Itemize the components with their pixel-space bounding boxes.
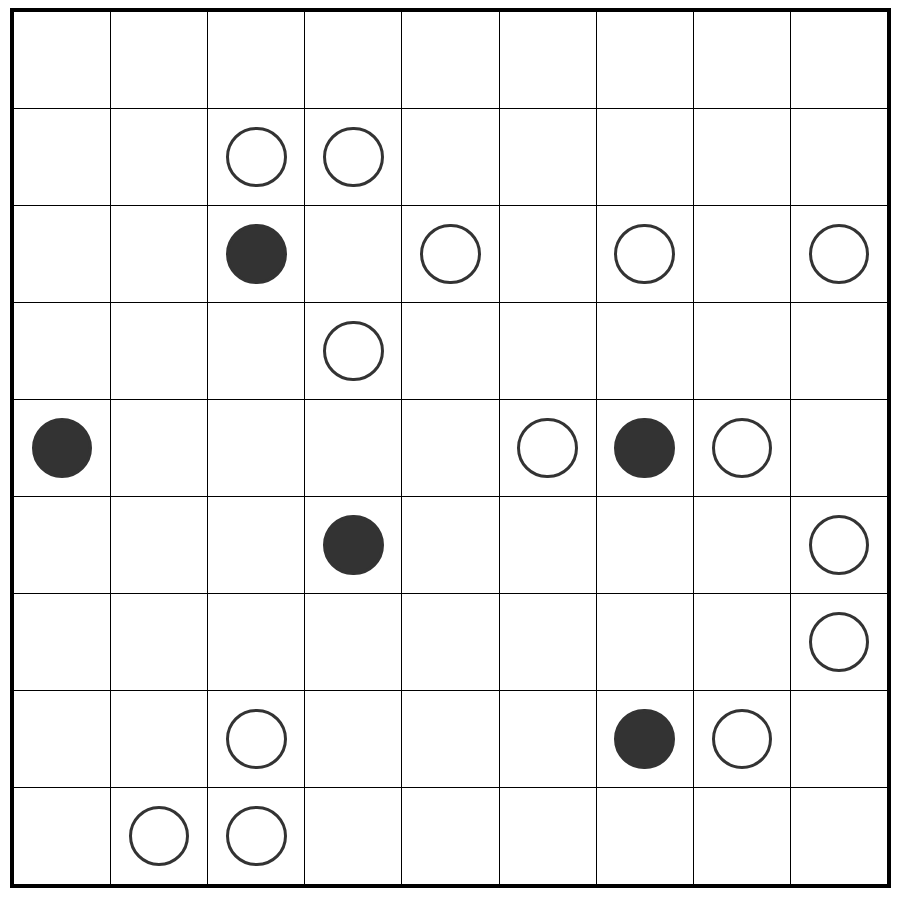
masyu-board [10,8,891,888]
cell-r1c8[interactable] [791,109,887,205]
cell-r4c2[interactable] [208,400,304,496]
cell-r1c3[interactable] [305,109,401,205]
black-pearl-icon [32,418,93,479]
cell-r0c1[interactable] [111,12,207,108]
cell-r5c3[interactable] [305,497,401,593]
cell-r2c6[interactable] [597,206,693,302]
white-pearl-icon [129,806,190,867]
page [0,0,901,900]
cell-r2c1[interactable] [111,206,207,302]
cell-r3c1[interactable] [111,303,207,399]
white-pearl-icon [226,709,287,770]
cell-r0c4[interactable] [402,12,498,108]
cell-r3c7[interactable] [694,303,790,399]
cell-r5c2[interactable] [208,497,304,593]
cell-r2c4[interactable] [402,206,498,302]
white-pearl-icon [809,515,870,576]
cell-r8c4[interactable] [402,788,498,884]
cell-r6c4[interactable] [402,594,498,690]
white-pearl-icon [712,709,773,770]
cell-r8c1[interactable] [111,788,207,884]
cell-r1c7[interactable] [694,109,790,205]
cell-r4c3[interactable] [305,400,401,496]
cell-r0c3[interactable] [305,12,401,108]
cell-r5c8[interactable] [791,497,887,593]
cell-r0c2[interactable] [208,12,304,108]
cell-r0c5[interactable] [500,12,596,108]
cell-r2c0[interactable] [14,206,110,302]
cell-r2c5[interactable] [500,206,596,302]
cell-r4c7[interactable] [694,400,790,496]
cell-r5c5[interactable] [500,497,596,593]
black-pearl-icon [323,515,384,576]
cell-r6c2[interactable] [208,594,304,690]
cell-r7c2[interactable] [208,691,304,787]
cell-r4c1[interactable] [111,400,207,496]
cell-r7c1[interactable] [111,691,207,787]
cell-r5c6[interactable] [597,497,693,593]
cell-r7c7[interactable] [694,691,790,787]
cell-r7c8[interactable] [791,691,887,787]
cell-r0c8[interactable] [791,12,887,108]
black-pearl-icon [614,418,675,479]
black-pearl-icon [614,709,675,770]
cell-r3c6[interactable] [597,303,693,399]
black-pearl-icon [226,224,287,285]
cell-r3c2[interactable] [208,303,304,399]
cell-r2c3[interactable] [305,206,401,302]
cell-r3c5[interactable] [500,303,596,399]
cell-r8c5[interactable] [500,788,596,884]
white-pearl-icon [614,224,675,285]
cell-r2c2[interactable] [208,206,304,302]
cell-r3c3[interactable] [305,303,401,399]
white-pearl-icon [517,418,578,479]
cell-r6c3[interactable] [305,594,401,690]
cell-r6c1[interactable] [111,594,207,690]
cell-r7c4[interactable] [402,691,498,787]
cell-r6c5[interactable] [500,594,596,690]
cell-r3c4[interactable] [402,303,498,399]
white-pearl-icon [809,224,870,285]
white-pearl-icon [712,418,773,479]
cell-r3c8[interactable] [791,303,887,399]
cell-r2c7[interactable] [694,206,790,302]
cell-r6c0[interactable] [14,594,110,690]
cell-r4c6[interactable] [597,400,693,496]
cell-r1c5[interactable] [500,109,596,205]
cell-r5c1[interactable] [111,497,207,593]
cell-r4c0[interactable] [14,400,110,496]
cell-r8c8[interactable] [791,788,887,884]
cell-r5c7[interactable] [694,497,790,593]
white-pearl-icon [226,806,287,867]
cell-r1c6[interactable] [597,109,693,205]
cell-r8c0[interactable] [14,788,110,884]
cell-r0c0[interactable] [14,12,110,108]
cell-r3c0[interactable] [14,303,110,399]
white-pearl-icon [226,127,287,188]
cell-r1c0[interactable] [14,109,110,205]
cell-r2c8[interactable] [791,206,887,302]
white-pearl-icon [809,612,870,673]
cell-r0c6[interactable] [597,12,693,108]
cell-r5c4[interactable] [402,497,498,593]
cell-r4c5[interactable] [500,400,596,496]
white-pearl-icon [323,127,384,188]
white-pearl-icon [420,224,481,285]
cell-r6c8[interactable] [791,594,887,690]
white-pearl-icon [323,321,384,382]
cell-r1c2[interactable] [208,109,304,205]
cell-r8c6[interactable] [597,788,693,884]
cell-r4c8[interactable] [791,400,887,496]
cell-r7c5[interactable] [500,691,596,787]
cell-r5c0[interactable] [14,497,110,593]
cell-r6c7[interactable] [694,594,790,690]
cell-r7c6[interactable] [597,691,693,787]
cell-r4c4[interactable] [402,400,498,496]
cell-r8c7[interactable] [694,788,790,884]
cell-r7c0[interactable] [14,691,110,787]
cell-r0c7[interactable] [694,12,790,108]
cell-r1c1[interactable] [111,109,207,205]
cell-r8c3[interactable] [305,788,401,884]
cell-r6c6[interactable] [597,594,693,690]
cell-r1c4[interactable] [402,109,498,205]
cell-r7c3[interactable] [305,691,401,787]
cell-r8c2[interactable] [208,788,304,884]
